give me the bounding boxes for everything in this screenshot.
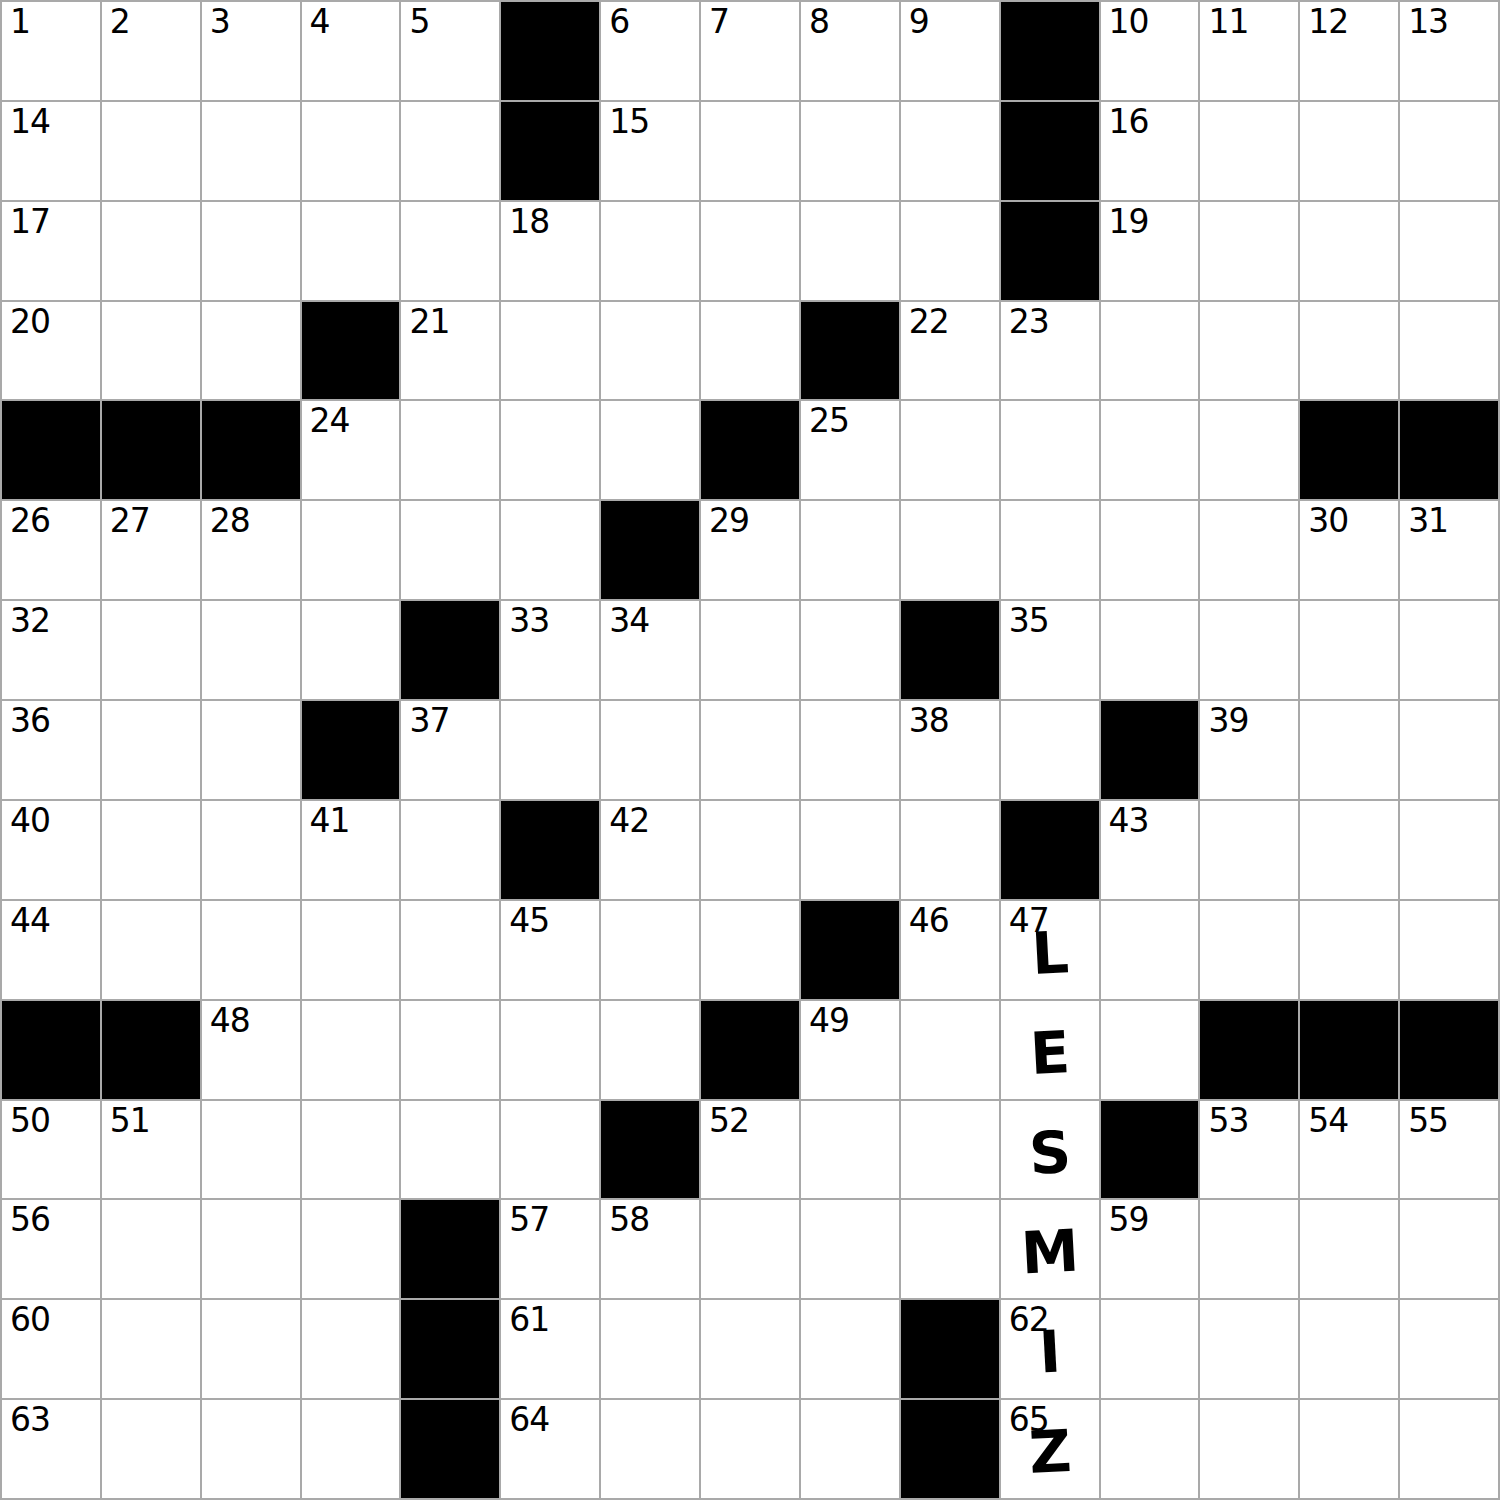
grid-cell-r11c9[interactable]: [901, 1101, 999, 1199]
grid-cell-r11c12[interactable]: 53: [1200, 1101, 1298, 1199]
grid-cell-r1c6[interactable]: 15: [601, 102, 699, 200]
grid-cell-r0c6[interactable]: 6: [601, 2, 699, 100]
clue-number: 53: [1208, 1104, 1248, 1137]
grid-cell-r0c9[interactable]: 9: [901, 2, 999, 100]
grid-cell-r1c14[interactable]: [1400, 102, 1498, 200]
black-cell-r4c0: [2, 401, 100, 499]
clue-number: 6: [609, 5, 629, 38]
grid-cell-r6c11[interactable]: [1101, 601, 1199, 699]
grid-cell-r13c11[interactable]: [1101, 1300, 1199, 1398]
grid-cell-r13c7[interactable]: [701, 1300, 799, 1398]
grid-cell-r10c6[interactable]: [601, 1001, 699, 1099]
clue-number: 19: [1109, 205, 1149, 238]
grid-cell-r6c5[interactable]: 33: [501, 601, 599, 699]
clue-number: 21: [409, 305, 449, 338]
clue-number: 31: [1408, 504, 1448, 537]
clue-number: 55: [1408, 1104, 1448, 1137]
clue-number: 50: [10, 1104, 50, 1137]
grid-cell-r9c2[interactable]: [202, 901, 300, 999]
clue-number: 57: [509, 1203, 549, 1236]
clue-number: 49: [809, 1004, 849, 1037]
grid-cell-r11c8[interactable]: [801, 1101, 899, 1199]
black-cell-r3c3: [302, 302, 400, 400]
black-cell-r4c14: [1400, 401, 1498, 499]
grid-cell-r13c14[interactable]: [1400, 1300, 1498, 1398]
grid-cell-r11c0[interactable]: 50: [2, 1101, 100, 1199]
clue-number: 34: [609, 604, 649, 637]
cell-letter: M: [998, 1198, 1101, 1301]
grid-cell-r12c14[interactable]: [1400, 1200, 1498, 1298]
grid-cell-r2c2[interactable]: [202, 202, 300, 300]
grid-cell-r4c9[interactable]: [901, 401, 999, 499]
grid-cell-r4c11[interactable]: [1101, 401, 1199, 499]
grid-cell-r14c5[interactable]: 64: [501, 1400, 599, 1498]
grid-cell-r5c4[interactable]: [401, 501, 499, 599]
grid-cell-r7c13[interactable]: [1300, 701, 1398, 799]
clue-number: 41: [310, 804, 350, 837]
clue-number: 51: [110, 1104, 150, 1137]
black-cell-r13c9: [901, 1300, 999, 1398]
grid-cell-r13c12[interactable]: [1200, 1300, 1298, 1398]
clue-number: 22: [909, 305, 949, 338]
grid-cell-r0c4[interactable]: 5: [401, 2, 499, 100]
clue-number: 58: [609, 1203, 649, 1236]
clue-number: 14: [10, 105, 50, 138]
crossword-board: 1234567891011121314151617181920212223242…: [0, 0, 1500, 1500]
grid-cell-r5c8[interactable]: [801, 501, 899, 599]
grid-cell-r2c12[interactable]: [1200, 202, 1298, 300]
grid-cell-r7c6[interactable]: [601, 701, 699, 799]
cell-letter: Z: [998, 1398, 1101, 1500]
black-cell-r6c9: [901, 601, 999, 699]
clue-number: 11: [1208, 5, 1248, 38]
clue-number: 4: [310, 5, 330, 38]
grid-cell-r9c0[interactable]: 44: [2, 901, 100, 999]
grid-cell-r6c13[interactable]: [1300, 601, 1398, 699]
grid-cell-r0c13[interactable]: 12: [1300, 2, 1398, 100]
clue-number: 42: [609, 804, 649, 837]
grid-cell-r9c11[interactable]: [1101, 901, 1199, 999]
grid-cell-r0c3[interactable]: 4: [302, 2, 400, 100]
grid-cell-r13c2[interactable]: [202, 1300, 300, 1398]
grid-cell-r11c10[interactable]: S: [1001, 1101, 1099, 1199]
grid-cell-r5c11[interactable]: [1101, 501, 1199, 599]
clue-number: 52: [709, 1104, 749, 1137]
grid-cell-r6c3[interactable]: [302, 601, 400, 699]
grid-cell-r3c14[interactable]: [1400, 302, 1498, 400]
grid-cell-r11c5[interactable]: [501, 1101, 599, 1199]
clue-number: 44: [10, 904, 50, 937]
black-cell-r10c13: [1300, 1001, 1398, 1099]
grid-cell-r1c11[interactable]: 16: [1101, 102, 1199, 200]
grid-cell-r5c13[interactable]: 30: [1300, 501, 1398, 599]
grid-cell-r8c11[interactable]: 43: [1101, 801, 1199, 899]
black-cell-r8c10: [1001, 801, 1099, 899]
grid-cell-r0c7[interactable]: 7: [701, 2, 799, 100]
grid-cell-r5c9[interactable]: [901, 501, 999, 599]
cell-letter: L: [998, 898, 1101, 1001]
clue-number: 35: [1009, 604, 1049, 637]
grid-cell-r3c1[interactable]: [102, 302, 200, 400]
black-cell-r4c1: [102, 401, 200, 499]
grid-cell-r2c6[interactable]: [601, 202, 699, 300]
grid-cell-r4c8[interactable]: 25: [801, 401, 899, 499]
grid-cell-r7c14[interactable]: [1400, 701, 1498, 799]
black-cell-r13c4: [401, 1300, 499, 1398]
grid-cell-r5c10[interactable]: [1001, 501, 1099, 599]
grid-cell-r10c9[interactable]: [901, 1001, 999, 1099]
grid-cell-r8c6[interactable]: 42: [601, 801, 699, 899]
grid-cell-r6c7[interactable]: [701, 601, 799, 699]
grid-cell-r11c3[interactable]: [302, 1101, 400, 1199]
cell-letter: S: [998, 1098, 1101, 1201]
grid-cell-r14c7[interactable]: [701, 1400, 799, 1498]
grid-cell-r11c7[interactable]: 52: [701, 1101, 799, 1199]
grid-cell-r7c10[interactable]: [1001, 701, 1099, 799]
grid-cell-r5c3[interactable]: [302, 501, 400, 599]
grid-cell-r12c1[interactable]: [102, 1200, 200, 1298]
grid-cell-r8c12[interactable]: [1200, 801, 1298, 899]
clue-number: 12: [1308, 5, 1348, 38]
grid-cell-r11c13[interactable]: 54: [1300, 1101, 1398, 1199]
grid-cell-r1c7[interactable]: [701, 102, 799, 200]
clue-number: 56: [10, 1203, 50, 1236]
clue-number: 9: [909, 5, 929, 38]
grid-cell-r3c13[interactable]: [1300, 302, 1398, 400]
grid-cell-r13c6[interactable]: [601, 1300, 699, 1398]
black-cell-r4c2: [202, 401, 300, 499]
grid-cell-r12c7[interactable]: [701, 1200, 799, 1298]
grid-cell-r14c14[interactable]: [1400, 1400, 1498, 1498]
black-cell-r11c11: [1101, 1101, 1199, 1199]
grid-cell-r5c5[interactable]: [501, 501, 599, 599]
clue-number: 29: [709, 504, 749, 537]
grid-cell-r9c5[interactable]: 45: [501, 901, 599, 999]
grid-cell-r1c2[interactable]: [202, 102, 300, 200]
grid-cell-r7c9[interactable]: 38: [901, 701, 999, 799]
grid-cell-r12c13[interactable]: [1300, 1200, 1398, 1298]
clue-number: 17: [10, 205, 50, 238]
grid-cell-r6c12[interactable]: [1200, 601, 1298, 699]
black-cell-r1c10: [1001, 102, 1099, 200]
grid-cell-r14c8[interactable]: [801, 1400, 899, 1498]
grid-cell-r13c8[interactable]: [801, 1300, 899, 1398]
grid-cell-r4c4[interactable]: [401, 401, 499, 499]
grid-cell-r6c10[interactable]: 35: [1001, 601, 1099, 699]
grid-cell-r9c4[interactable]: [401, 901, 499, 999]
grid-cell-r13c13[interactable]: [1300, 1300, 1398, 1398]
grid-cell-r9c13[interactable]: [1300, 901, 1398, 999]
grid-cell-r4c5[interactable]: [501, 401, 599, 499]
grid-cell-r13c5[interactable]: 61: [501, 1300, 599, 1398]
clue-number: 2: [110, 5, 130, 38]
grid-cell-r14c1[interactable]: [102, 1400, 200, 1498]
grid-cell-r7c1[interactable]: [102, 701, 200, 799]
grid-cell-r5c7[interactable]: 29: [701, 501, 799, 599]
black-cell-r0c5: [501, 2, 599, 100]
black-cell-r10c12: [1200, 1001, 1298, 1099]
grid-cell-r0c12[interactable]: 11: [1200, 2, 1298, 100]
clue-number: 63: [10, 1403, 50, 1436]
grid-cell-r10c11[interactable]: [1101, 1001, 1199, 1099]
grid-cell-r4c10[interactable]: [1001, 401, 1099, 499]
clue-number: 60: [10, 1303, 50, 1336]
grid-cell-r5c2[interactable]: 28: [202, 501, 300, 599]
grid-cell-r8c3[interactable]: 41: [302, 801, 400, 899]
grid-cell-r9c12[interactable]: [1200, 901, 1298, 999]
clue-number: 3: [210, 5, 230, 38]
grid-cell-r8c13[interactable]: [1300, 801, 1398, 899]
grid-cell-r3c10[interactable]: 23: [1001, 302, 1099, 400]
black-cell-r6c4: [401, 601, 499, 699]
grid-cell-r11c2[interactable]: [202, 1101, 300, 1199]
grid-cell-r9c7[interactable]: [701, 901, 799, 999]
clue-number: 43: [1109, 804, 1149, 837]
grid-cell-r5c1[interactable]: 27: [102, 501, 200, 599]
grid-cell-r1c0[interactable]: 14: [2, 102, 100, 200]
grid-cell-r1c4[interactable]: [401, 102, 499, 200]
grid-cell-r9c9[interactable]: 46: [901, 901, 999, 999]
clue-number: 8: [809, 5, 829, 38]
grid-cell-r2c7[interactable]: [701, 202, 799, 300]
grid-cell-r3c12[interactable]: [1200, 302, 1298, 400]
grid-cell-r2c4[interactable]: [401, 202, 499, 300]
grid-cell-r14c2[interactable]: [202, 1400, 300, 1498]
black-cell-r8c5: [501, 801, 599, 899]
clue-number: 54: [1308, 1104, 1348, 1137]
clue-number: 26: [10, 504, 50, 537]
grid-cell-r12c3[interactable]: [302, 1200, 400, 1298]
grid-cell-r5c0[interactable]: 26: [2, 501, 100, 599]
grid-cell-r3c11[interactable]: [1101, 302, 1199, 400]
grid-cell-r6c14[interactable]: [1400, 601, 1498, 699]
grid-cell-r4c6[interactable]: [601, 401, 699, 499]
grid-cell-r2c14[interactable]: [1400, 202, 1498, 300]
grid-cell-r12c12[interactable]: [1200, 1200, 1298, 1298]
black-cell-r2c10: [1001, 202, 1099, 300]
grid-cell-r14c3[interactable]: [302, 1400, 400, 1498]
grid-cell-r3c7[interactable]: [701, 302, 799, 400]
grid-cell-r14c6[interactable]: [601, 1400, 699, 1498]
black-cell-r1c5: [501, 102, 599, 200]
grid-cell-r8c14[interactable]: [1400, 801, 1498, 899]
grid-cell-r3c0[interactable]: 20: [2, 302, 100, 400]
grid-cell-r6c6[interactable]: 34: [601, 601, 699, 699]
grid-cell-r0c11[interactable]: 10: [1101, 2, 1199, 100]
grid-cell-r1c1[interactable]: [102, 102, 200, 200]
grid-cell-r2c0[interactable]: 17: [2, 202, 100, 300]
grid-cell-r7c7[interactable]: [701, 701, 799, 799]
grid-cell-r0c0[interactable]: 1: [2, 2, 100, 100]
grid-cell-r4c12[interactable]: [1200, 401, 1298, 499]
clue-number: 40: [10, 804, 50, 837]
black-cell-r3c8: [801, 302, 899, 400]
grid-cell-r12c9[interactable]: [901, 1200, 999, 1298]
grid-cell-r6c2[interactable]: [202, 601, 300, 699]
grid-cell-r11c1[interactable]: 51: [102, 1101, 200, 1199]
grid-cell-r13c3[interactable]: [302, 1300, 400, 1398]
grid-cell-r7c5[interactable]: [501, 701, 599, 799]
clue-number: 15: [609, 105, 649, 138]
clue-number: 16: [1109, 105, 1149, 138]
grid-cell-r12c6[interactable]: 58: [601, 1200, 699, 1298]
grid-cell-r7c8[interactable]: [801, 701, 899, 799]
grid-cell-r11c14[interactable]: 55: [1400, 1101, 1498, 1199]
grid-cell-r9c1[interactable]: [102, 901, 200, 999]
clue-number: 23: [1009, 305, 1049, 338]
black-cell-r12c4: [401, 1200, 499, 1298]
black-cell-r5c6: [601, 501, 699, 599]
grid-cell-r0c14[interactable]: 13: [1400, 2, 1498, 100]
grid-cell-r2c8[interactable]: [801, 202, 899, 300]
black-cell-r14c4: [401, 1400, 499, 1498]
clue-number: 64: [509, 1403, 549, 1436]
grid-cell-r3c2[interactable]: [202, 302, 300, 400]
grid-cell-r14c11[interactable]: [1101, 1400, 1199, 1498]
grid-cell-r14c10[interactable]: 65Z: [1001, 1400, 1099, 1498]
clue-number: 20: [10, 305, 50, 338]
clue-number: 30: [1308, 504, 1348, 537]
clue-number: 36: [10, 704, 50, 737]
grid-cell-r7c0[interactable]: 36: [2, 701, 100, 799]
grid-cell-r3c6[interactable]: [601, 302, 699, 400]
grid-cell-r5c12[interactable]: [1200, 501, 1298, 599]
clue-number: 45: [509, 904, 549, 937]
black-cell-r7c3: [302, 701, 400, 799]
grid-cell-r8c4[interactable]: [401, 801, 499, 899]
clue-number: 37: [409, 704, 449, 737]
grid-cell-r8c8[interactable]: [801, 801, 899, 899]
clue-number: 61: [509, 1303, 549, 1336]
grid-cell-r7c12[interactable]: 39: [1200, 701, 1298, 799]
grid-cell-r11c4[interactable]: [401, 1101, 499, 1199]
grid-cell-r13c10[interactable]: 62I: [1001, 1300, 1099, 1398]
clue-number: 46: [909, 904, 949, 937]
black-cell-r14c9: [901, 1400, 999, 1498]
grid-cell-r6c8[interactable]: [801, 601, 899, 699]
grid-cell-r13c1[interactable]: [102, 1300, 200, 1398]
black-cell-r4c7: [701, 401, 799, 499]
grid-cell-r3c9[interactable]: 22: [901, 302, 999, 400]
grid-cell-r10c3[interactable]: [302, 1001, 400, 1099]
black-cell-r10c14: [1400, 1001, 1498, 1099]
grid-cell-r2c1[interactable]: [102, 202, 200, 300]
grid-cell-r14c0[interactable]: 63: [2, 1400, 100, 1498]
grid-cell-r12c8[interactable]: [801, 1200, 899, 1298]
grid-cell-r8c0[interactable]: 40: [2, 801, 100, 899]
grid-cell-r10c5[interactable]: [501, 1001, 599, 1099]
grid-cell-r1c3[interactable]: [302, 102, 400, 200]
grid-cell-r12c5[interactable]: 57: [501, 1200, 599, 1298]
cell-letter: I: [998, 1298, 1101, 1401]
cell-letter: E: [998, 998, 1101, 1101]
clue-number: 27: [110, 504, 150, 537]
grid-cell-r14c12[interactable]: [1200, 1400, 1298, 1498]
clue-number: 10: [1109, 5, 1149, 38]
black-cell-r7c11: [1101, 701, 1199, 799]
grid-cell-r1c13[interactable]: [1300, 102, 1398, 200]
clue-number: 18: [509, 205, 549, 238]
clue-number: 38: [909, 704, 949, 737]
grid-cell-r13c0[interactable]: 60: [2, 1300, 100, 1398]
grid-cell-r3c5[interactable]: [501, 302, 599, 400]
grid-cell-r3c4[interactable]: 21: [401, 302, 499, 400]
grid-cell-r2c3[interactable]: [302, 202, 400, 300]
clue-number: 7: [709, 5, 729, 38]
grid-cell-r8c1[interactable]: [102, 801, 200, 899]
clue-number: 1: [10, 5, 30, 38]
grid-cell-r10c10[interactable]: E: [1001, 1001, 1099, 1099]
grid-cell-r2c5[interactable]: 18: [501, 202, 599, 300]
clue-number: 5: [409, 5, 429, 38]
grid-cell-r14c13[interactable]: [1300, 1400, 1398, 1498]
grid-cell-r4c3[interactable]: 24: [302, 401, 400, 499]
grid-cell-r6c0[interactable]: 32: [2, 601, 100, 699]
grid-cell-r8c2[interactable]: [202, 801, 300, 899]
grid-cell-r8c7[interactable]: [701, 801, 799, 899]
clue-number: 48: [210, 1004, 250, 1037]
black-cell-r4c13: [1300, 401, 1398, 499]
grid-cell-r0c1[interactable]: 2: [102, 2, 200, 100]
grid-cell-r12c2[interactable]: [202, 1200, 300, 1298]
clue-number: 13: [1408, 5, 1448, 38]
grid-cell-r9c10[interactable]: 47L: [1001, 901, 1099, 999]
grid-cell-r10c8[interactable]: 49: [801, 1001, 899, 1099]
grid-cell-r1c9[interactable]: [901, 102, 999, 200]
grid-cell-r2c13[interactable]: [1300, 202, 1398, 300]
grid-cell-r5c14[interactable]: 31: [1400, 501, 1498, 599]
black-cell-r10c1: [102, 1001, 200, 1099]
black-cell-r10c0: [2, 1001, 100, 1099]
grid-cell-r10c4[interactable]: [401, 1001, 499, 1099]
clue-number: 32: [10, 604, 50, 637]
grid-cell-r2c9[interactable]: [901, 202, 999, 300]
grid-cell-r9c14[interactable]: [1400, 901, 1498, 999]
grid-cell-r10c2[interactable]: 48: [202, 1001, 300, 1099]
grid-cell-r8c9[interactable]: [901, 801, 999, 899]
grid-cell-r1c12[interactable]: [1200, 102, 1298, 200]
clue-number: 33: [509, 604, 549, 637]
grid-cell-r7c4[interactable]: 37: [401, 701, 499, 799]
grid-cell-r0c8[interactable]: 8: [801, 2, 899, 100]
clue-number: 25: [809, 404, 849, 437]
grid-cell-r7c2[interactable]: [202, 701, 300, 799]
grid-cell-r12c10[interactable]: M: [1001, 1200, 1099, 1298]
grid-cell-r9c6[interactable]: [601, 901, 699, 999]
black-cell-r9c8: [801, 901, 899, 999]
clue-number: 59: [1109, 1203, 1149, 1236]
clue-number: 24: [310, 404, 350, 437]
grid-cell-r12c11[interactable]: 59: [1101, 1200, 1199, 1298]
grid-cell-r9c3[interactable]: [302, 901, 400, 999]
grid-cell-r1c8[interactable]: [801, 102, 899, 200]
grid-cell-r12c0[interactable]: 56: [2, 1200, 100, 1298]
clue-number: 39: [1208, 704, 1248, 737]
black-cell-r0c10: [1001, 2, 1099, 100]
grid-cell-r6c1[interactable]: [102, 601, 200, 699]
black-cell-r10c7: [701, 1001, 799, 1099]
black-cell-r11c6: [601, 1101, 699, 1199]
grid-cell-r2c11[interactable]: 19: [1101, 202, 1199, 300]
clue-number: 28: [210, 504, 250, 537]
grid-cell-r0c2[interactable]: 3: [202, 2, 300, 100]
